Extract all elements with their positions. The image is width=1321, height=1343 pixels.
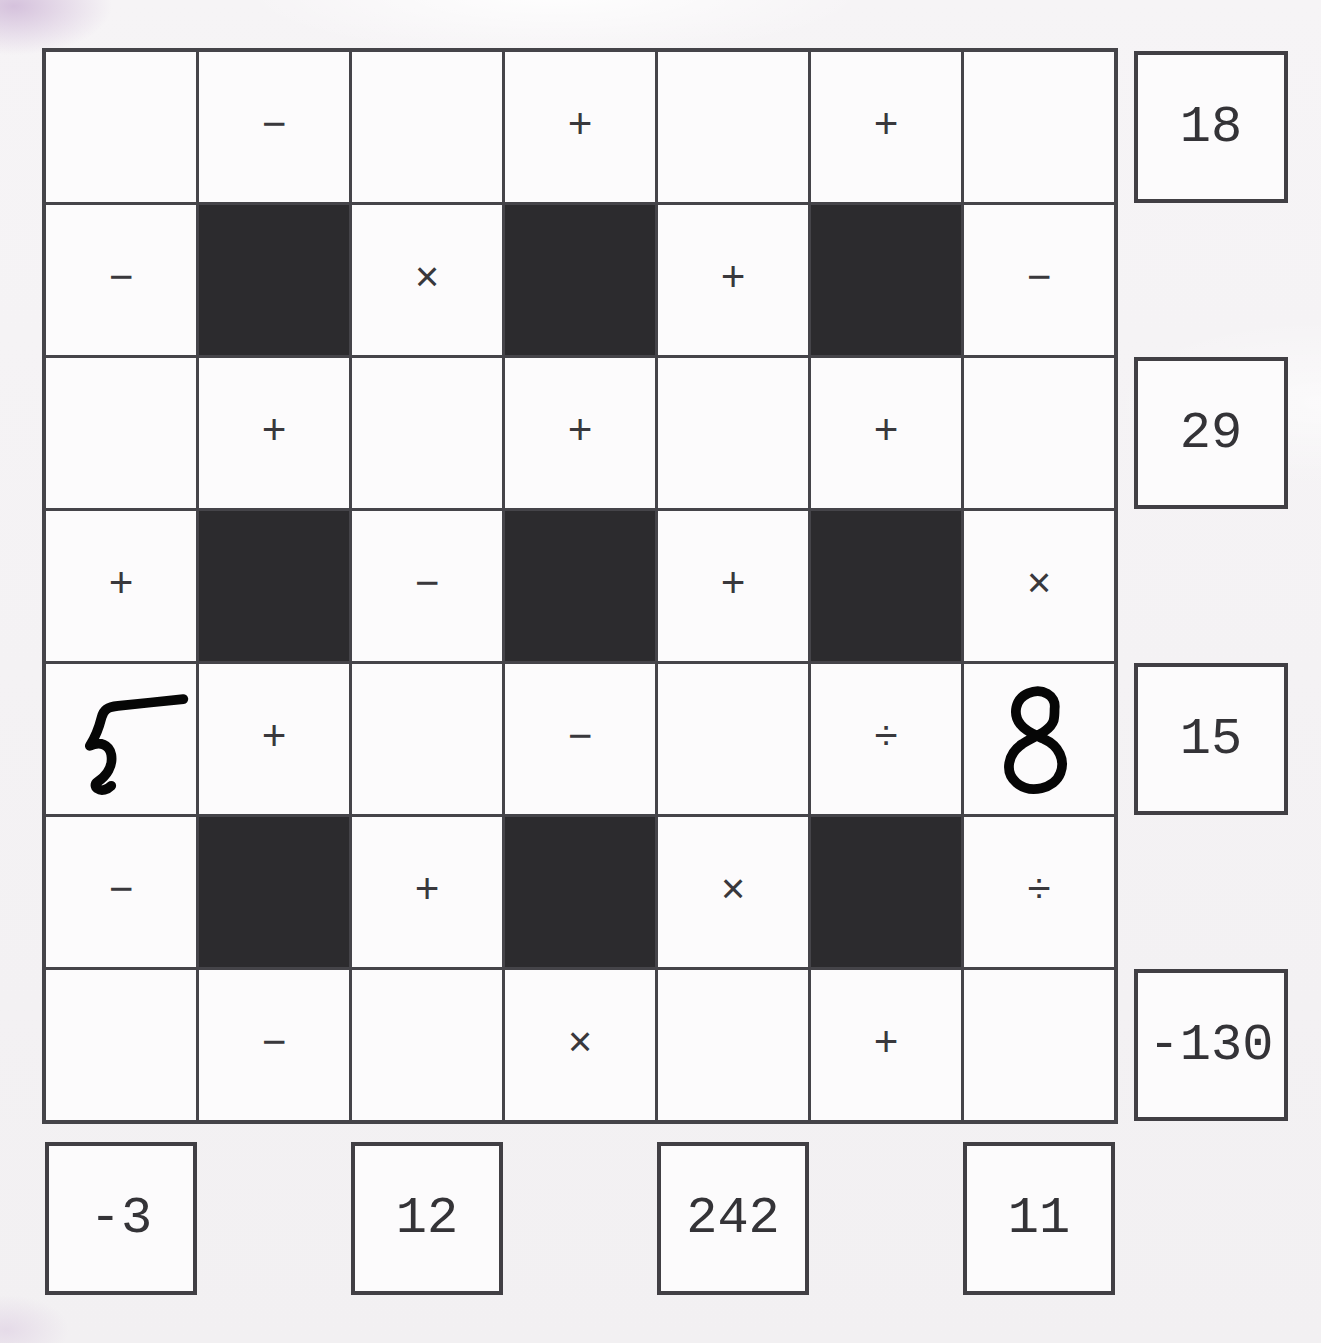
cell-r3c6-operator: +: [811, 358, 961, 508]
cell-r4c6-blocked: [811, 511, 961, 661]
cell-r6c6-blocked: [811, 817, 961, 967]
cell-r2c5-operator: +: [658, 205, 808, 355]
cell-r7c3-entry[interactable]: [352, 970, 502, 1120]
cell-r2c1-operator: −: [46, 205, 196, 355]
handwritten-digit-8: [964, 664, 1114, 814]
cell-r3c1-entry[interactable]: [46, 358, 196, 508]
cell-r5c4-operator: −: [505, 664, 655, 814]
row-result-7: -130: [1134, 969, 1288, 1121]
cell-r2c7-operator: −: [964, 205, 1114, 355]
cell-r5c1-entry[interactable]: [46, 664, 196, 814]
col-result-5: 242: [657, 1142, 809, 1295]
cell-r1c3-entry[interactable]: [352, 52, 502, 202]
cell-r6c5-operator: ×: [658, 817, 808, 967]
handwritten-digit-5: [46, 664, 196, 814]
puzzle-grid: −++−×+−++++−+×+−÷−+×÷−×+: [42, 48, 1118, 1124]
cell-r1c4-operator: +: [505, 52, 655, 202]
cell-r5c6-operator: ÷: [811, 664, 961, 814]
cell-r6c3-operator: +: [352, 817, 502, 967]
cell-r1c2-operator: −: [199, 52, 349, 202]
cell-r6c7-operator: ÷: [964, 817, 1114, 967]
col-result-7: 11: [963, 1142, 1115, 1295]
cell-r7c1-entry[interactable]: [46, 970, 196, 1120]
cell-r4c7-operator: ×: [964, 511, 1114, 661]
cell-r3c3-entry[interactable]: [352, 358, 502, 508]
cell-r5c3-entry[interactable]: [352, 664, 502, 814]
cell-r7c2-operator: −: [199, 970, 349, 1120]
cell-r5c2-operator: +: [199, 664, 349, 814]
cell-r5c7-entry[interactable]: [964, 664, 1114, 814]
row-result-3: 29: [1134, 357, 1288, 509]
cell-r4c5-operator: +: [658, 511, 808, 661]
cell-r3c5-entry[interactable]: [658, 358, 808, 508]
cell-r7c7-entry[interactable]: [964, 970, 1114, 1120]
cell-r7c6-operator: +: [811, 970, 961, 1120]
col-result-1: -3: [45, 1142, 197, 1295]
cell-r1c5-entry[interactable]: [658, 52, 808, 202]
row-result-1: 18: [1134, 51, 1288, 203]
cell-r7c4-operator: ×: [505, 970, 655, 1120]
cell-r3c2-operator: +: [199, 358, 349, 508]
cell-r4c1-operator: +: [46, 511, 196, 661]
cell-r4c3-operator: −: [352, 511, 502, 661]
cell-r7c5-entry[interactable]: [658, 970, 808, 1120]
cell-r5c5-entry[interactable]: [658, 664, 808, 814]
cell-r2c3-operator: ×: [352, 205, 502, 355]
cell-r6c2-blocked: [199, 817, 349, 967]
cell-r4c2-blocked: [199, 511, 349, 661]
cell-r6c1-operator: −: [46, 817, 196, 967]
cell-r2c2-blocked: [199, 205, 349, 355]
cell-r6c4-blocked: [505, 817, 655, 967]
cell-r3c7-entry[interactable]: [964, 358, 1114, 508]
cell-r1c7-entry[interactable]: [964, 52, 1114, 202]
cell-r4c4-blocked: [505, 511, 655, 661]
crossmath-puzzle-page: −++−×+−++++−+×+−÷−+×÷−×+ 18 29 15 -130 -…: [0, 0, 1321, 1343]
cell-r1c6-operator: +: [811, 52, 961, 202]
cell-r1c1-entry[interactable]: [46, 52, 196, 202]
cell-r3c4-operator: +: [505, 358, 655, 508]
cell-r2c6-blocked: [811, 205, 961, 355]
row-result-5: 15: [1134, 663, 1288, 815]
col-result-3: 12: [351, 1142, 503, 1295]
cell-r2c4-blocked: [505, 205, 655, 355]
